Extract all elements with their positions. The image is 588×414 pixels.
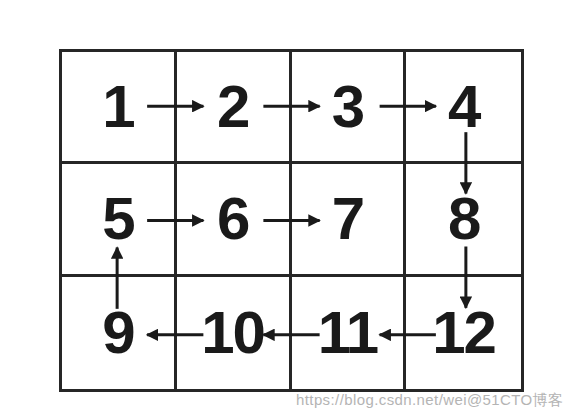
watermark: https://blog.csdn.net/wei@51CTO博客	[296, 391, 563, 410]
cell: 12	[406, 277, 521, 389]
cell: 9	[62, 277, 177, 389]
cell-number: 7	[332, 189, 363, 249]
cell-number: 12	[432, 303, 495, 363]
cell: 7	[292, 164, 407, 276]
cell: 8	[406, 164, 521, 276]
cell: 10	[177, 277, 292, 389]
cell-number: 9	[102, 303, 133, 363]
cell-number: 1	[102, 77, 133, 137]
watermark-url: https://blog.csdn.net/wei	[296, 391, 467, 408]
cell-number: 11	[318, 303, 377, 363]
cell: 5	[62, 164, 177, 276]
diagram-canvas: 123456789101112 https://blog.csdn.net/we…	[0, 0, 588, 414]
cell: 11	[292, 277, 407, 389]
cell-number: 10	[201, 303, 264, 363]
cell-number: 2	[217, 77, 248, 137]
watermark-badge: @51CTO博客	[467, 391, 564, 408]
cell-number: 5	[102, 189, 133, 249]
cell: 1	[62, 52, 177, 164]
matrix-grid: 123456789101112	[59, 49, 524, 392]
cell-number: 4	[448, 77, 479, 137]
cell: 4	[406, 52, 521, 164]
cell: 3	[292, 52, 407, 164]
cell-number: 6	[217, 189, 248, 249]
cell: 6	[177, 164, 292, 276]
cell: 2	[177, 52, 292, 164]
cell-number: 3	[332, 77, 363, 137]
cell-number: 8	[448, 189, 479, 249]
